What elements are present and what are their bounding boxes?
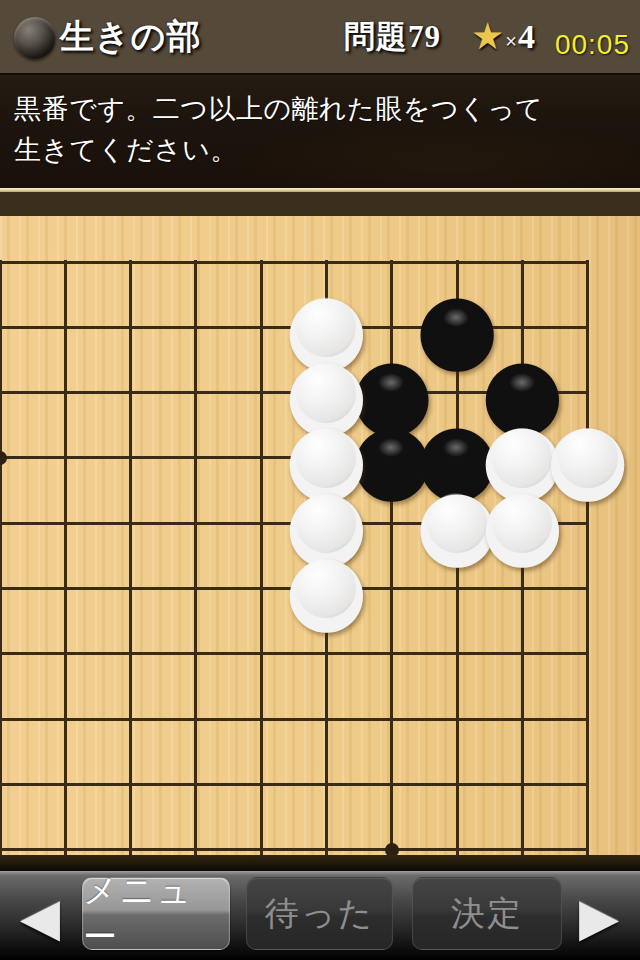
dark-wood-rail	[0, 192, 640, 216]
top-header-bar: 生きの部 問題79 ★ × 4 00:05	[0, 0, 640, 75]
star-multiplier: ×	[505, 30, 517, 53]
instruction-line-2: 生きてください。	[14, 130, 628, 171]
white-stone: ●	[294, 491, 359, 556]
next-problem-button[interactable]: ▶	[570, 872, 628, 960]
white-stone: ●	[294, 295, 359, 360]
menu-button[interactable]: メニュー	[82, 877, 230, 950]
white-stone: ●	[294, 556, 359, 621]
white-stone: ●	[294, 425, 359, 490]
confirm-button[interactable]: 決定	[412, 877, 562, 950]
white-stone: ●	[294, 360, 359, 425]
black-stone: ●	[359, 425, 424, 490]
instruction-line-1: 黒番です。二つ以上の離れた眼をつくって	[14, 89, 628, 130]
previous-problem-button[interactable]: ◀	[11, 872, 69, 960]
white-stone: ●	[424, 491, 489, 556]
stones-layer: ●●●●●●●●●●●●●●	[0, 229, 620, 855]
go-board[interactable]: ●●●●●●●●●●●●●●	[0, 216, 640, 855]
star-count: 4	[518, 18, 535, 56]
undo-button[interactable]: 待った	[246, 877, 393, 950]
white-stone: ●	[555, 425, 620, 490]
app-screen: 生きの部 問題79 ★ × 4 00:05 黒番です。二つ以上の離れた眼をつくっ…	[0, 0, 640, 960]
difficulty-stars: ★ × 4	[471, 18, 535, 56]
black-stone: ●	[490, 360, 555, 425]
section-title: 生きの部	[60, 14, 202, 60]
timer: 00:05	[555, 29, 630, 61]
problem-number-label: 問題79	[344, 16, 441, 58]
instruction-panel: 黒番です。二つ以上の離れた眼をつくって 生きてください。	[0, 75, 640, 188]
black-stone: ●	[359, 360, 424, 425]
bottom-toolbar: ◀ メニュー 待った 決定 ▶	[0, 871, 640, 960]
white-stone: ●	[490, 491, 555, 556]
white-stone: ●	[490, 425, 555, 490]
star-icon: ★	[471, 18, 504, 55]
black-stone: ●	[424, 295, 489, 360]
black-stone-icon	[14, 17, 56, 59]
black-stone: ●	[424, 425, 489, 490]
